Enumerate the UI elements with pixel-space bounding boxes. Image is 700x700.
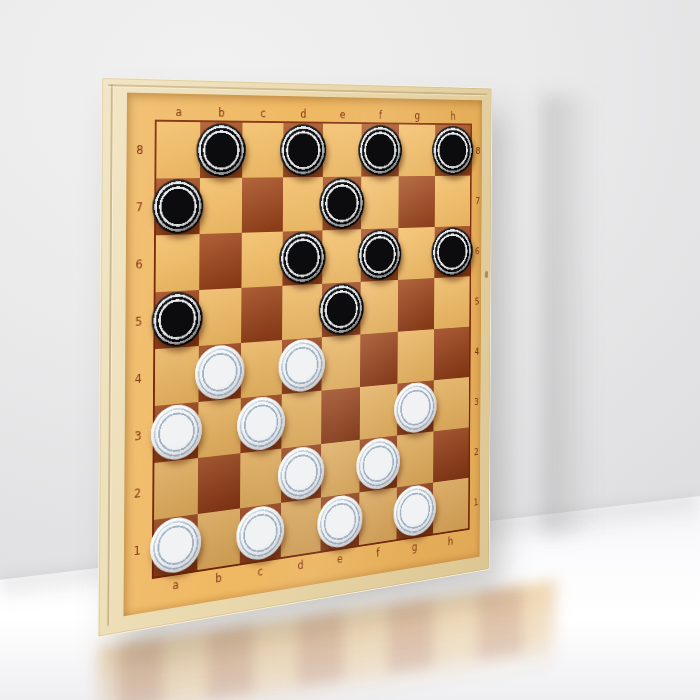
- board-cast-shadow: [542, 95, 612, 535]
- checkers-grid: [152, 120, 472, 579]
- file-label-h: h: [433, 533, 468, 551]
- checker-white-c3[interactable]: [237, 395, 285, 453]
- square-f4[interactable]: [360, 332, 398, 387]
- square-f5[interactable]: [360, 280, 398, 335]
- checker-white-e1[interactable]: [317, 493, 362, 551]
- square-e2[interactable]: [321, 440, 360, 498]
- checker-white-c1[interactable]: [236, 503, 284, 563]
- checker-black-a5[interactable]: [151, 291, 202, 349]
- square-d6[interactable]: [282, 230, 322, 285]
- square-e8[interactable]: [323, 124, 362, 177]
- square-c3[interactable]: [240, 394, 281, 453]
- square-h6[interactable]: [434, 226, 470, 278]
- wood-knot: [485, 271, 489, 278]
- checker-black-a7[interactable]: [152, 179, 203, 234]
- checker-black-b8[interactable]: [196, 123, 246, 177]
- square-a5[interactable]: [155, 290, 199, 349]
- checker-black-f8[interactable]: [358, 125, 402, 176]
- rank-label-2: 2: [124, 463, 151, 524]
- square-c1[interactable]: [240, 503, 281, 564]
- square-a2[interactable]: [154, 458, 198, 520]
- rank-label-3: 3: [471, 376, 482, 427]
- square-e7[interactable]: [322, 177, 361, 231]
- checker-white-b4[interactable]: [195, 344, 245, 402]
- checker-white-a3[interactable]: [151, 403, 202, 463]
- file-label-e: e: [323, 108, 362, 121]
- rank-label-4: 4: [471, 326, 482, 377]
- square-h8[interactable]: [435, 125, 471, 176]
- square-h5[interactable]: [434, 276, 470, 329]
- checker-white-d2[interactable]: [278, 445, 325, 503]
- square-c6[interactable]: [241, 232, 282, 288]
- file-labels-top: abcdefgh: [157, 97, 471, 123]
- checker-black-d6[interactable]: [279, 231, 326, 285]
- square-a3[interactable]: [154, 402, 198, 463]
- rank-label-2: 2: [471, 426, 482, 478]
- square-g4[interactable]: [397, 329, 434, 383]
- square-b5[interactable]: [199, 288, 242, 346]
- demonstration-checkers-board: abcdefgh abcdefgh 87654321 87654321: [98, 77, 493, 638]
- file-label-e: e: [320, 550, 359, 569]
- square-c5[interactable]: [241, 286, 282, 343]
- file-label-h: h: [435, 110, 470, 123]
- square-c8[interactable]: [242, 123, 283, 178]
- square-f1[interactable]: [359, 487, 397, 545]
- square-h2[interactable]: [433, 427, 469, 482]
- file-label-f: f: [362, 109, 399, 122]
- square-c7[interactable]: [242, 177, 283, 232]
- file-label-c: c: [240, 562, 281, 582]
- square-a6[interactable]: [156, 234, 200, 292]
- square-f2[interactable]: [359, 435, 397, 492]
- file-label-a: a: [154, 575, 198, 596]
- square-d2[interactable]: [281, 444, 321, 503]
- rank-label-7: 7: [126, 179, 153, 237]
- square-d5[interactable]: [282, 284, 322, 340]
- square-a8[interactable]: [156, 122, 200, 179]
- rank-label-8: 8: [126, 121, 153, 178]
- square-d1[interactable]: [281, 498, 321, 558]
- square-h4[interactable]: [434, 327, 470, 381]
- square-c2[interactable]: [240, 449, 281, 509]
- file-label-g: g: [396, 538, 432, 556]
- checker-white-g3[interactable]: [394, 381, 437, 435]
- checker-black-f6[interactable]: [358, 229, 402, 281]
- square-d3[interactable]: [281, 391, 321, 449]
- square-f8[interactable]: [361, 124, 399, 177]
- square-a7[interactable]: [156, 178, 200, 235]
- rank-label-4: 4: [125, 349, 152, 408]
- square-g8[interactable]: [399, 124, 436, 176]
- square-d8[interactable]: [283, 123, 323, 177]
- rank-label-6: 6: [472, 226, 483, 277]
- square-f7[interactable]: [361, 176, 399, 229]
- board-surface: abcdefgh abcdefgh 87654321 87654321: [124, 93, 483, 617]
- checker-black-h6[interactable]: [431, 227, 472, 278]
- square-d4[interactable]: [282, 337, 322, 394]
- square-c4[interactable]: [241, 340, 282, 398]
- rank-label-1: 1: [470, 476, 481, 528]
- square-e1[interactable]: [320, 492, 359, 551]
- square-g5[interactable]: [398, 278, 435, 332]
- file-label-c: c: [243, 106, 284, 120]
- rank-label-1: 1: [124, 520, 151, 581]
- square-f3[interactable]: [360, 384, 398, 440]
- checker-white-d4[interactable]: [278, 338, 325, 394]
- square-h3[interactable]: [433, 377, 469, 431]
- square-g1[interactable]: [397, 483, 434, 540]
- rank-labels-left: 87654321: [124, 121, 153, 581]
- square-h7[interactable]: [435, 176, 471, 227]
- checker-black-d8[interactable]: [280, 124, 327, 176]
- checker-black-h8[interactable]: [432, 126, 473, 175]
- rank-label-5: 5: [471, 276, 482, 327]
- file-label-b: b: [197, 568, 239, 588]
- square-g2[interactable]: [397, 431, 434, 487]
- square-e3[interactable]: [321, 387, 360, 444]
- file-label-g: g: [399, 109, 435, 122]
- square-g3[interactable]: [397, 380, 434, 435]
- checker-white-f2[interactable]: [356, 436, 400, 492]
- square-b6[interactable]: [199, 233, 242, 290]
- square-b4[interactable]: [198, 343, 241, 402]
- square-e6[interactable]: [322, 229, 361, 284]
- checker-white-a1[interactable]: [150, 515, 201, 577]
- frame-left-rail-seam: [107, 84, 113, 626]
- square-b3[interactable]: [198, 398, 241, 458]
- square-b2[interactable]: [198, 453, 241, 514]
- rank-label-5: 5: [125, 292, 152, 351]
- scene: abcdefgh abcdefgh 87654321 87654321: [0, 0, 700, 700]
- checker-black-e5[interactable]: [319, 283, 364, 337]
- file-label-d: d: [283, 107, 323, 121]
- file-label-f: f: [359, 544, 397, 563]
- file-label-d: d: [281, 556, 321, 575]
- square-e5[interactable]: [322, 282, 361, 337]
- square-a1[interactable]: [154, 514, 198, 577]
- square-d7[interactable]: [283, 177, 323, 232]
- square-e4[interactable]: [321, 334, 360, 390]
- square-h1[interactable]: [433, 478, 469, 534]
- rank-label-7: 7: [472, 175, 483, 225]
- square-f6[interactable]: [361, 228, 399, 282]
- rank-label-6: 6: [126, 235, 153, 293]
- file-label-b: b: [200, 106, 242, 120]
- checker-white-g1[interactable]: [393, 483, 436, 539]
- checker-black-e7[interactable]: [319, 177, 364, 229]
- square-g7[interactable]: [398, 176, 435, 228]
- square-b7[interactable]: [200, 178, 243, 234]
- square-b8[interactable]: [200, 122, 243, 178]
- wooden-frame: abcdefgh abcdefgh 87654321 87654321: [98, 77, 493, 638]
- square-g6[interactable]: [398, 227, 435, 280]
- square-b1[interactable]: [197, 508, 240, 570]
- square-a4[interactable]: [155, 346, 199, 406]
- file-label-a: a: [157, 105, 201, 119]
- rank-labels-right: 87654321: [470, 125, 483, 528]
- rank-label-8: 8: [472, 125, 483, 175]
- rank-label-3: 3: [124, 406, 151, 466]
